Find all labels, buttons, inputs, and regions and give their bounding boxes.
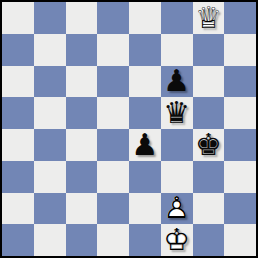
square-c1[interactable] xyxy=(66,224,98,256)
square-d8[interactable] xyxy=(97,2,129,34)
square-c7[interactable] xyxy=(66,34,98,66)
square-h7[interactable] xyxy=(224,34,256,66)
piece-black-queen[interactable]: ♛ xyxy=(161,97,193,129)
square-h5[interactable] xyxy=(224,97,256,129)
square-a5[interactable] xyxy=(2,97,34,129)
white-king-icon: ♚ xyxy=(161,224,193,256)
white-pawn-icon: ♟ xyxy=(161,193,193,225)
square-e2[interactable] xyxy=(129,193,161,225)
square-c2[interactable] xyxy=(66,193,98,225)
piece-white-pawn[interactable]: ♟♙ xyxy=(161,193,193,225)
square-h6[interactable] xyxy=(224,66,256,98)
square-a1[interactable] xyxy=(2,224,34,256)
piece-white-queen[interactable]: ♛♕ xyxy=(193,2,225,34)
square-d5[interactable] xyxy=(97,97,129,129)
square-e7[interactable] xyxy=(129,34,161,66)
square-c8[interactable] xyxy=(66,2,98,34)
piece-black-pawn[interactable]: ♟ xyxy=(161,66,193,98)
black-queen-icon: ♛ xyxy=(161,97,193,129)
black-pawn-icon: ♟ xyxy=(161,66,193,98)
square-e1[interactable] xyxy=(129,224,161,256)
square-d1[interactable] xyxy=(97,224,129,256)
square-b2[interactable] xyxy=(34,193,66,225)
square-a2[interactable] xyxy=(2,193,34,225)
square-b1[interactable] xyxy=(34,224,66,256)
square-f3[interactable] xyxy=(161,161,193,193)
square-d4[interactable] xyxy=(97,129,129,161)
square-e4[interactable]: ♟ xyxy=(129,129,161,161)
square-c6[interactable] xyxy=(66,66,98,98)
square-e3[interactable] xyxy=(129,161,161,193)
black-pawn-icon: ♟ xyxy=(129,129,161,161)
square-a8[interactable] xyxy=(2,2,34,34)
square-a6[interactable] xyxy=(2,66,34,98)
square-a3[interactable] xyxy=(2,161,34,193)
square-b4[interactable] xyxy=(34,129,66,161)
white-pawn-outline-icon: ♙ xyxy=(161,193,193,225)
square-h3[interactable] xyxy=(224,161,256,193)
square-g2[interactable] xyxy=(193,193,225,225)
square-h4[interactable] xyxy=(224,129,256,161)
square-d6[interactable] xyxy=(97,66,129,98)
square-f4[interactable] xyxy=(161,129,193,161)
square-e8[interactable] xyxy=(129,2,161,34)
black-king-icon: ♚ xyxy=(193,129,225,161)
square-g7[interactable] xyxy=(193,34,225,66)
square-f6[interactable]: ♟ xyxy=(161,66,193,98)
square-a4[interactable] xyxy=(2,129,34,161)
square-g3[interactable] xyxy=(193,161,225,193)
square-g5[interactable] xyxy=(193,97,225,129)
square-g8[interactable]: ♛♕ xyxy=(193,2,225,34)
square-c4[interactable] xyxy=(66,129,98,161)
square-f8[interactable] xyxy=(161,2,193,34)
square-b5[interactable] xyxy=(34,97,66,129)
white-queen-icon: ♛ xyxy=(193,2,225,34)
square-c3[interactable] xyxy=(66,161,98,193)
square-h8[interactable] xyxy=(224,2,256,34)
square-f2[interactable]: ♟♙ xyxy=(161,193,193,225)
white-king-outline-icon: ♔ xyxy=(161,224,193,256)
square-f7[interactable] xyxy=(161,34,193,66)
square-h1[interactable] xyxy=(224,224,256,256)
square-e5[interactable] xyxy=(129,97,161,129)
square-g1[interactable] xyxy=(193,224,225,256)
square-g6[interactable] xyxy=(193,66,225,98)
square-d3[interactable] xyxy=(97,161,129,193)
piece-black-pawn[interactable]: ♟ xyxy=(129,129,161,161)
square-f1[interactable]: ♚♔ xyxy=(161,224,193,256)
square-d2[interactable] xyxy=(97,193,129,225)
square-b7[interactable] xyxy=(34,34,66,66)
square-c5[interactable] xyxy=(66,97,98,129)
piece-white-king[interactable]: ♚♔ xyxy=(161,224,193,256)
white-queen-outline-icon: ♕ xyxy=(193,2,225,34)
piece-black-king[interactable]: ♚ xyxy=(193,129,225,161)
square-e6[interactable] xyxy=(129,66,161,98)
square-h2[interactable] xyxy=(224,193,256,225)
square-b8[interactable] xyxy=(34,2,66,34)
chess-board: ♛♕♟♛♟♚♟♙♚♔ xyxy=(0,0,258,258)
square-g4[interactable]: ♚ xyxy=(193,129,225,161)
square-a7[interactable] xyxy=(2,34,34,66)
square-b3[interactable] xyxy=(34,161,66,193)
square-d7[interactable] xyxy=(97,34,129,66)
square-b6[interactable] xyxy=(34,66,66,98)
square-f5[interactable]: ♛ xyxy=(161,97,193,129)
